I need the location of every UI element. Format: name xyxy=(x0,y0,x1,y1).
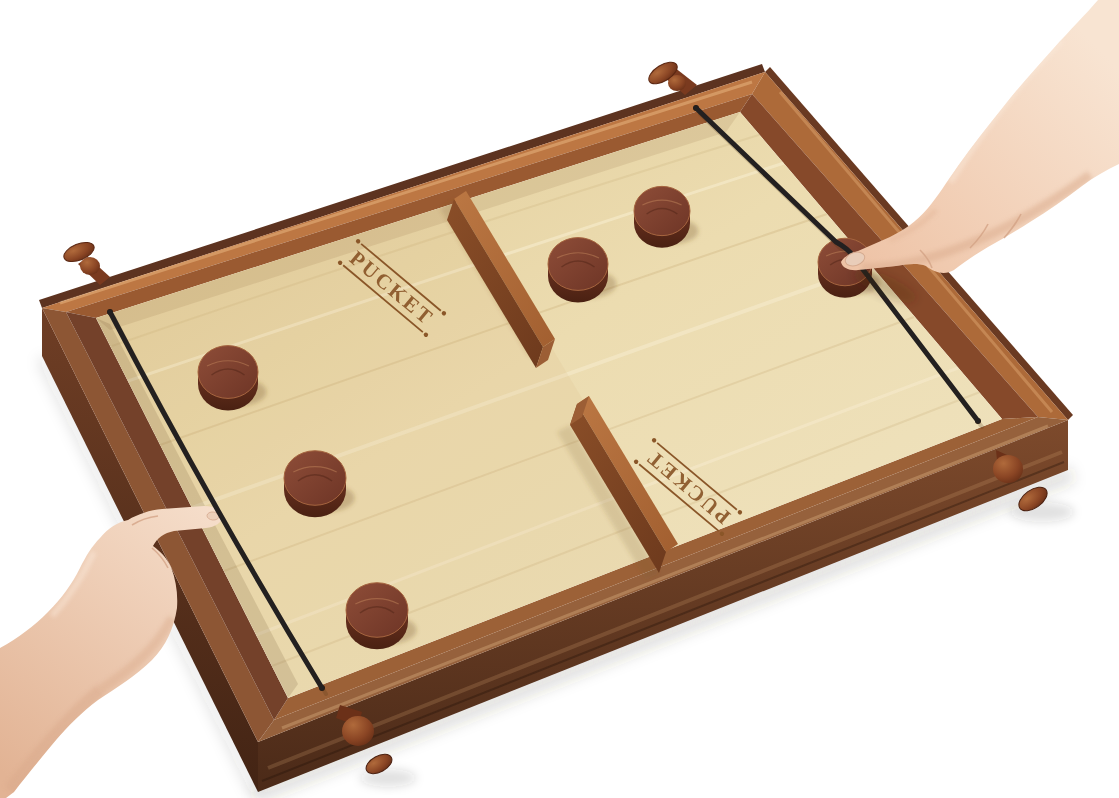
puck-top xyxy=(346,583,408,638)
puck-top xyxy=(548,238,608,291)
puck-top xyxy=(198,346,258,399)
scene: PUCKET PUCKET xyxy=(0,0,1119,798)
puck-top xyxy=(634,186,690,235)
puck-top xyxy=(284,451,346,506)
pucket-game-photo: PUCKET PUCKET xyxy=(0,0,1119,798)
